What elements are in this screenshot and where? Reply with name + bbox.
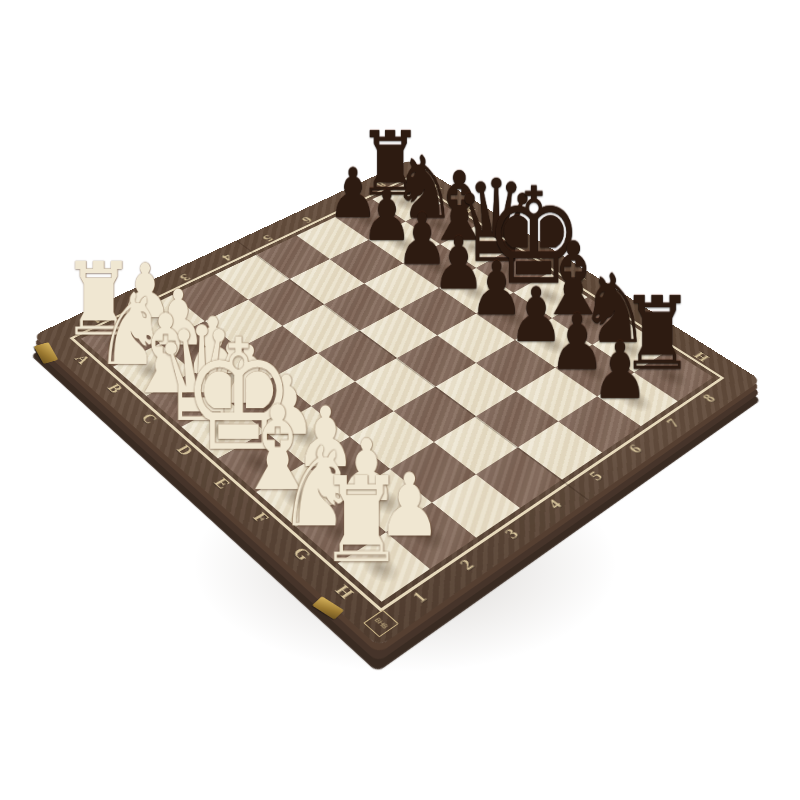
piece-shadow (280, 417, 332, 454)
piece-shadow (233, 443, 286, 482)
brass-hinge-icon (34, 342, 59, 364)
piece-shadow (141, 304, 188, 335)
square-b2: ♟ (160, 321, 239, 372)
piece-shadow (272, 476, 326, 516)
piece-shadow (489, 301, 537, 332)
piece-shadow (647, 359, 698, 392)
piece-shadow (127, 353, 176, 387)
piece-shadow (528, 327, 577, 359)
piece-shadow (95, 326, 143, 358)
maker-stamp-text: BHB (373, 617, 388, 630)
piece-shadow (605, 332, 655, 364)
piece-shadow (174, 331, 222, 364)
piece-shadow (359, 481, 414, 522)
piece-shadow (161, 382, 211, 417)
piece-shadow (354, 545, 411, 589)
piece-shadow (208, 358, 258, 392)
piece-shadow (568, 354, 618, 387)
maker-stamp: BHB (363, 610, 399, 638)
piece-shadow (319, 448, 372, 487)
piece-shadow (401, 515, 457, 558)
piece-shadow (196, 412, 248, 449)
product-photo-stage: ABCDEFGH ABCDEFGH 12345678 12345678 ♜♞♝♛… (0, 0, 800, 800)
piece-shadow (312, 510, 368, 552)
piece-shadow (243, 387, 294, 422)
